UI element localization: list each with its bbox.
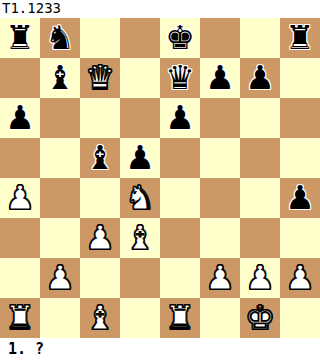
black-bishop-c5: ♝: [80, 138, 120, 178]
white-bishop-c1: ♝: [80, 298, 120, 338]
square-h8[interactable]: ♜: [280, 18, 320, 58]
square-e2[interactable]: [160, 258, 200, 298]
square-f5[interactable]: [200, 138, 240, 178]
white-pawn-h2: ♟: [280, 258, 320, 298]
square-e5[interactable]: [160, 138, 200, 178]
black-bishop-b7: ♝: [40, 58, 80, 98]
square-c1[interactable]: ♝: [80, 298, 120, 338]
white-pawn-g2: ♟: [240, 258, 280, 298]
square-c4[interactable]: [80, 178, 120, 218]
square-g5[interactable]: [240, 138, 280, 178]
square-h7[interactable]: [280, 58, 320, 98]
square-g1[interactable]: ♚: [240, 298, 280, 338]
square-a2[interactable]: [0, 258, 40, 298]
square-g4[interactable]: [240, 178, 280, 218]
square-d3[interactable]: ♝: [120, 218, 160, 258]
square-f6[interactable]: [200, 98, 240, 138]
square-e4[interactable]: [160, 178, 200, 218]
white-rook-e1: ♜: [160, 298, 200, 338]
square-g2[interactable]: ♟: [240, 258, 280, 298]
black-knight-b8: ♞: [40, 18, 80, 58]
black-rook-a8: ♜: [0, 18, 40, 58]
square-e3[interactable]: [160, 218, 200, 258]
move-prompt: 1. ?: [0, 338, 320, 360]
square-h1[interactable]: [280, 298, 320, 338]
white-king-g1: ♚: [240, 298, 280, 338]
square-c5[interactable]: ♝: [80, 138, 120, 178]
black-pawn-a6: ♟: [0, 98, 40, 138]
square-a3[interactable]: [0, 218, 40, 258]
square-h2[interactable]: ♟: [280, 258, 320, 298]
square-c6[interactable]: [80, 98, 120, 138]
square-a7[interactable]: [0, 58, 40, 98]
square-e7[interactable]: ♛: [160, 58, 200, 98]
square-a4[interactable]: ♟: [0, 178, 40, 218]
square-f4[interactable]: [200, 178, 240, 218]
square-d7[interactable]: [120, 58, 160, 98]
square-e8[interactable]: ♚: [160, 18, 200, 58]
square-e1[interactable]: ♜: [160, 298, 200, 338]
square-f8[interactable]: [200, 18, 240, 58]
chess-puzzle-window: T1.1233 ♜♞♚♜♝♛♛♟♟♟♟♝♟♟♞♟♟♝♟♟♟♟♜♝♜♚ 1. ?: [0, 0, 320, 360]
white-queen-c7: ♛: [80, 58, 120, 98]
square-b7[interactable]: ♝: [40, 58, 80, 98]
square-b1[interactable]: [40, 298, 80, 338]
square-d6[interactable]: [120, 98, 160, 138]
square-c7[interactable]: ♛: [80, 58, 120, 98]
square-h5[interactable]: [280, 138, 320, 178]
square-h6[interactable]: [280, 98, 320, 138]
square-e6[interactable]: ♟: [160, 98, 200, 138]
square-d4[interactable]: ♞: [120, 178, 160, 218]
square-g6[interactable]: [240, 98, 280, 138]
square-c8[interactable]: [80, 18, 120, 58]
square-b5[interactable]: [40, 138, 80, 178]
square-c2[interactable]: [80, 258, 120, 298]
square-g7[interactable]: ♟: [240, 58, 280, 98]
square-h3[interactable]: [280, 218, 320, 258]
square-d1[interactable]: [120, 298, 160, 338]
square-g8[interactable]: [240, 18, 280, 58]
white-pawn-f2: ♟: [200, 258, 240, 298]
white-pawn-b2: ♟: [40, 258, 80, 298]
square-d2[interactable]: [120, 258, 160, 298]
black-pawn-h4: ♟: [280, 178, 320, 218]
white-bishop-d3: ♝: [120, 218, 160, 258]
square-b4[interactable]: [40, 178, 80, 218]
square-b2[interactable]: ♟: [40, 258, 80, 298]
white-rook-a1: ♜: [0, 298, 40, 338]
square-f2[interactable]: ♟: [200, 258, 240, 298]
square-a8[interactable]: ♜: [0, 18, 40, 58]
black-pawn-g7: ♟: [240, 58, 280, 98]
black-pawn-d5: ♟: [120, 138, 160, 178]
square-f3[interactable]: [200, 218, 240, 258]
square-b8[interactable]: ♞: [40, 18, 80, 58]
square-a5[interactable]: [0, 138, 40, 178]
square-g3[interactable]: [240, 218, 280, 258]
black-queen-e7: ♛: [160, 58, 200, 98]
white-pawn-a4: ♟: [0, 178, 40, 218]
black-rook-h8: ♜: [280, 18, 320, 58]
white-knight-d4: ♞: [120, 178, 160, 218]
square-h4[interactable]: ♟: [280, 178, 320, 218]
white-pawn-c3: ♟: [80, 218, 120, 258]
black-pawn-e6: ♟: [160, 98, 200, 138]
black-pawn-f7: ♟: [200, 58, 240, 98]
square-b3[interactable]: [40, 218, 80, 258]
black-king-e8: ♚: [160, 18, 200, 58]
square-f1[interactable]: [200, 298, 240, 338]
square-b6[interactable]: [40, 98, 80, 138]
square-f7[interactable]: ♟: [200, 58, 240, 98]
square-a1[interactable]: ♜: [0, 298, 40, 338]
square-d8[interactable]: [120, 18, 160, 58]
chess-board: ♜♞♚♜♝♛♛♟♟♟♟♝♟♟♞♟♟♝♟♟♟♟♜♝♜♚: [0, 18, 320, 338]
square-c3[interactable]: ♟: [80, 218, 120, 258]
puzzle-id-title: T1.1233: [0, 0, 320, 18]
square-a6[interactable]: ♟: [0, 98, 40, 138]
square-d5[interactable]: ♟: [120, 138, 160, 178]
